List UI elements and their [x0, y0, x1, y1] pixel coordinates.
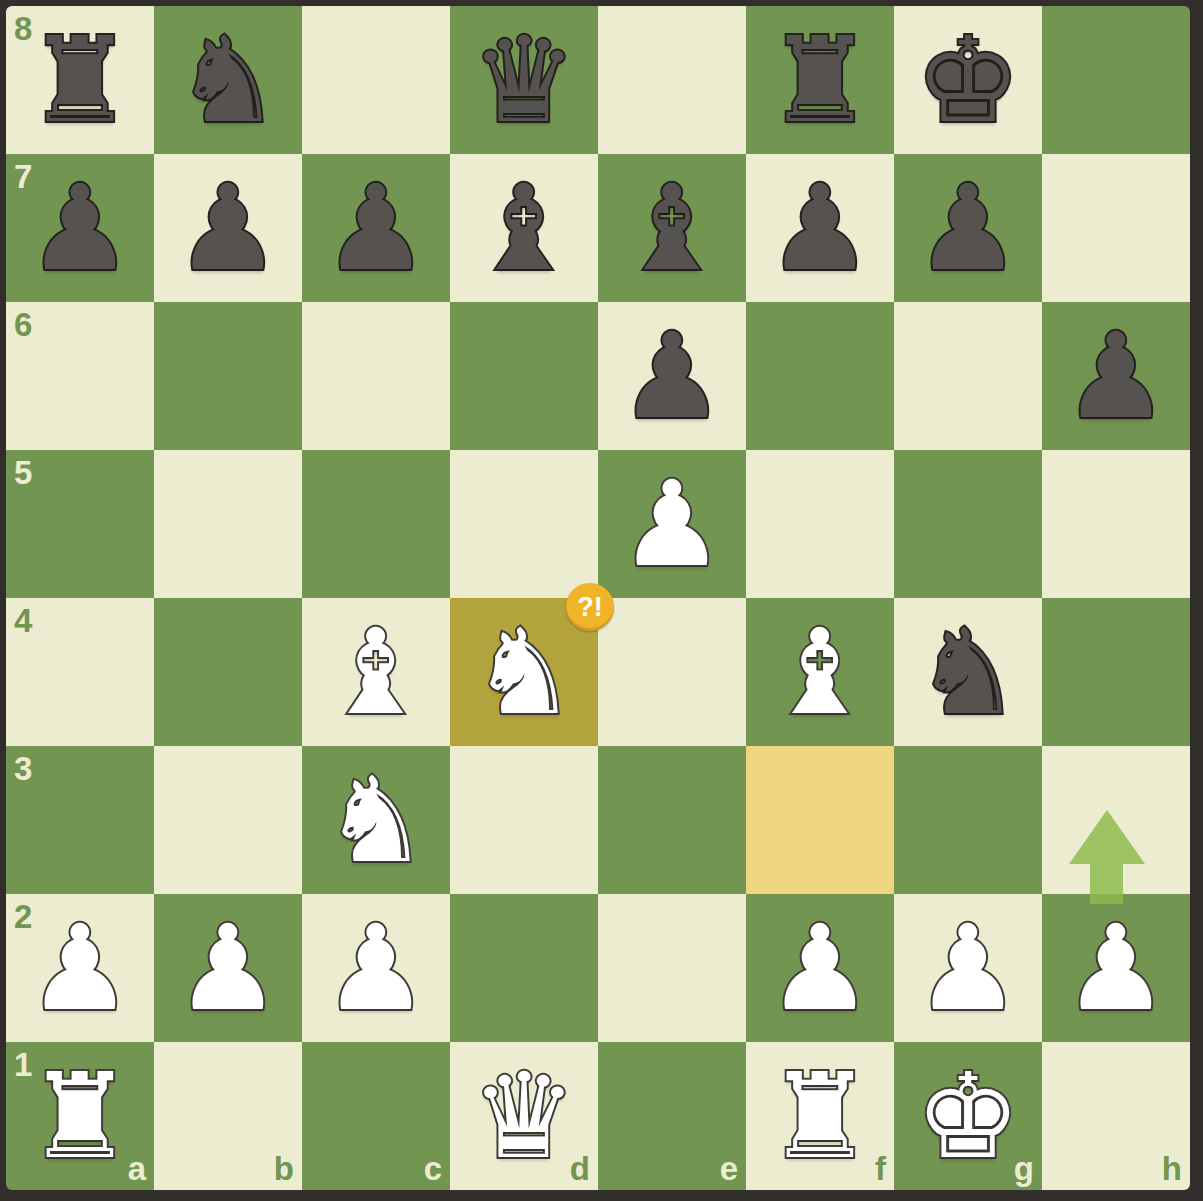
square-d7[interactable]: ♝ — [450, 154, 598, 302]
piece-white-king-g1[interactable]: ♚ — [894, 1042, 1042, 1190]
piece-white-rook-f1[interactable]: ♜ — [746, 1042, 894, 1190]
piece-black-rook-a8[interactable]: ♜ — [6, 6, 154, 154]
piece-white-pawn-f2[interactable]: ♟ — [746, 894, 894, 1042]
square-c6[interactable] — [302, 302, 450, 450]
piece-black-pawn-c7[interactable]: ♟ — [302, 154, 450, 302]
piece-white-pawn-g2[interactable]: ♟ — [894, 894, 1042, 1042]
square-c4[interactable]: ♝ — [302, 598, 450, 746]
square-d5[interactable] — [450, 450, 598, 598]
square-g7[interactable]: ♟ — [894, 154, 1042, 302]
square-f5[interactable] — [746, 450, 894, 598]
square-f1[interactable]: f♜ — [746, 1042, 894, 1190]
square-e5[interactable]: ♟ — [598, 450, 746, 598]
piece-white-knight-c3[interactable]: ♞ — [302, 746, 450, 894]
piece-black-king-g8[interactable]: ♚ — [894, 6, 1042, 154]
piece-black-rook-f8[interactable]: ♜ — [746, 6, 894, 154]
square-c1[interactable]: c — [302, 1042, 450, 1190]
square-g8[interactable]: ♚ — [894, 6, 1042, 154]
square-a5[interactable]: 5 — [6, 450, 154, 598]
coord-file-e: e — [720, 1152, 738, 1185]
piece-white-bishop-f4[interactable]: ♝ — [746, 598, 894, 746]
square-g4[interactable]: ♞ — [894, 598, 1042, 746]
square-e7[interactable]: ♝ — [598, 154, 746, 302]
square-e3[interactable] — [598, 746, 746, 894]
coord-file-h: h — [1162, 1152, 1182, 1185]
square-d3[interactable] — [450, 746, 598, 894]
square-g1[interactable]: g♚ — [894, 1042, 1042, 1190]
square-a2[interactable]: 2♟ — [6, 894, 154, 1042]
badge-label: ?! — [577, 594, 602, 621]
square-b3[interactable] — [154, 746, 302, 894]
square-b4[interactable] — [154, 598, 302, 746]
piece-black-knight-b8[interactable]: ♞ — [154, 6, 302, 154]
square-f7[interactable]: ♟ — [746, 154, 894, 302]
chess-board[interactable]: 8♜♞♛♜♚7♟♟♟♝♝♟♟6♟♟5♟4♝♞♝♞3♞2♟♟♟♟♟♟1a♜bcd♛… — [6, 6, 1190, 1190]
square-f8[interactable]: ♜ — [746, 6, 894, 154]
square-d6[interactable] — [450, 302, 598, 450]
square-a3[interactable]: 3 — [6, 746, 154, 894]
square-e1[interactable]: e — [598, 1042, 746, 1190]
square-f3[interactable] — [746, 746, 894, 894]
square-a1[interactable]: 1a♜ — [6, 1042, 154, 1190]
square-e2[interactable] — [598, 894, 746, 1042]
square-d8[interactable]: ♛ — [450, 6, 598, 154]
square-h4[interactable] — [1042, 598, 1190, 746]
square-e8[interactable] — [598, 6, 746, 154]
piece-white-pawn-c2[interactable]: ♟ — [302, 894, 450, 1042]
piece-black-bishop-e7[interactable]: ♝ — [598, 154, 746, 302]
coord-rank-3: 3 — [14, 752, 32, 785]
square-c8[interactable] — [302, 6, 450, 154]
piece-white-pawn-a2[interactable]: ♟ — [6, 894, 154, 1042]
square-b8[interactable]: ♞ — [154, 6, 302, 154]
square-e4[interactable] — [598, 598, 746, 746]
square-a4[interactable]: 4 — [6, 598, 154, 746]
piece-black-pawn-b7[interactable]: ♟ — [154, 154, 302, 302]
square-e6[interactable]: ♟ — [598, 302, 746, 450]
square-h1[interactable]: h — [1042, 1042, 1190, 1190]
piece-black-knight-g4[interactable]: ♞ — [894, 598, 1042, 746]
piece-black-pawn-e6[interactable]: ♟ — [598, 302, 746, 450]
coord-rank-6: 6 — [14, 308, 32, 341]
square-h5[interactable] — [1042, 450, 1190, 598]
piece-black-pawn-a7[interactable]: ♟ — [6, 154, 154, 302]
piece-black-pawn-h6[interactable]: ♟ — [1042, 302, 1190, 450]
piece-white-pawn-b2[interactable]: ♟ — [154, 894, 302, 1042]
square-h7[interactable] — [1042, 154, 1190, 302]
piece-black-queen-d8[interactable]: ♛ — [450, 6, 598, 154]
square-a6[interactable]: 6 — [6, 302, 154, 450]
square-a8[interactable]: 8♜ — [6, 6, 154, 154]
coord-rank-4: 4 — [14, 604, 32, 637]
square-b6[interactable] — [154, 302, 302, 450]
square-b2[interactable]: ♟ — [154, 894, 302, 1042]
square-g2[interactable]: ♟ — [894, 894, 1042, 1042]
square-c2[interactable]: ♟ — [302, 894, 450, 1042]
piece-black-pawn-f7[interactable]: ♟ — [746, 154, 894, 302]
square-c5[interactable] — [302, 450, 450, 598]
square-d2[interactable] — [450, 894, 598, 1042]
coord-file-c: c — [424, 1152, 442, 1185]
square-c3[interactable]: ♞ — [302, 746, 450, 894]
piece-white-queen-d1[interactable]: ♛ — [450, 1042, 598, 1190]
square-d1[interactable]: d♛ — [450, 1042, 598, 1190]
move-classification-badge: ?! — [566, 583, 614, 631]
square-g6[interactable] — [894, 302, 1042, 450]
square-h3[interactable] — [1042, 746, 1190, 894]
square-h2[interactable]: ♟ — [1042, 894, 1190, 1042]
square-h6[interactable]: ♟ — [1042, 302, 1190, 450]
square-a7[interactable]: 7♟ — [6, 154, 154, 302]
piece-black-pawn-g7[interactable]: ♟ — [894, 154, 1042, 302]
square-g5[interactable] — [894, 450, 1042, 598]
square-b1[interactable]: b — [154, 1042, 302, 1190]
square-b7[interactable]: ♟ — [154, 154, 302, 302]
square-f6[interactable] — [746, 302, 894, 450]
square-f2[interactable]: ♟ — [746, 894, 894, 1042]
square-b5[interactable] — [154, 450, 302, 598]
square-f4[interactable]: ♝ — [746, 598, 894, 746]
piece-white-rook-a1[interactable]: ♜ — [6, 1042, 154, 1190]
piece-white-bishop-c4[interactable]: ♝ — [302, 598, 450, 746]
square-h8[interactable] — [1042, 6, 1190, 154]
square-g3[interactable] — [894, 746, 1042, 894]
piece-white-pawn-h2[interactable]: ♟ — [1042, 894, 1190, 1042]
coord-rank-5: 5 — [14, 456, 32, 489]
piece-black-bishop-d7[interactable]: ♝ — [450, 154, 598, 302]
piece-white-pawn-e5[interactable]: ♟ — [598, 450, 746, 598]
square-c7[interactable]: ♟ — [302, 154, 450, 302]
coord-file-b: b — [274, 1152, 294, 1185]
